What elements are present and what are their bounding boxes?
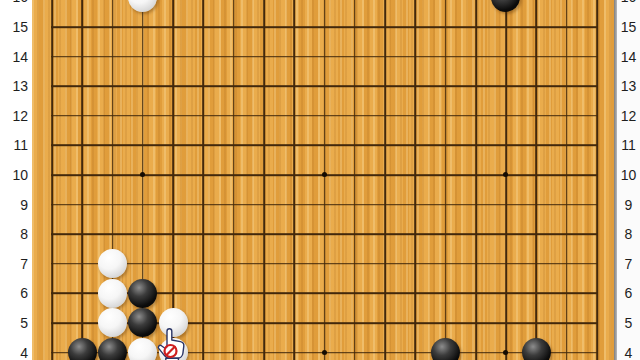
row-label-right-15: 15 xyxy=(617,19,640,35)
row-label-left-9: 9 xyxy=(0,197,28,213)
white-stone xyxy=(98,308,127,337)
black-stone xyxy=(491,0,520,12)
star-point xyxy=(322,172,327,177)
black-stone xyxy=(522,338,551,360)
white-stone xyxy=(98,279,127,308)
black-stone xyxy=(98,338,127,360)
row-label-right-10: 10 xyxy=(617,167,640,183)
star-point xyxy=(322,350,327,355)
row-label-right-13: 13 xyxy=(617,78,640,94)
board-intersection-grid xyxy=(37,0,612,360)
row-label-right-5: 5 xyxy=(617,315,640,331)
row-label-right-16: 16 xyxy=(617,0,640,5)
row-label-left-13: 13 xyxy=(0,78,28,94)
row-label-left-12: 12 xyxy=(0,108,28,124)
row-label-left-5: 5 xyxy=(0,315,28,331)
row-label-left-15: 15 xyxy=(0,19,28,35)
row-label-left-8: 8 xyxy=(0,226,28,242)
row-label-left-11: 11 xyxy=(0,137,28,153)
white-stone xyxy=(128,0,157,12)
row-label-left-6: 6 xyxy=(0,285,28,301)
row-label-left-7: 7 xyxy=(0,256,28,272)
star-point xyxy=(503,172,508,177)
star-point xyxy=(503,350,508,355)
left-coordinate-strip: 16151413121110987654 xyxy=(0,0,32,360)
row-label-right-7: 7 xyxy=(617,256,640,272)
go-app-window: 16151413121110987654 1615141312111098765… xyxy=(0,0,640,360)
black-stone xyxy=(128,279,157,308)
row-label-right-9: 9 xyxy=(617,197,640,213)
row-label-left-10: 10 xyxy=(0,167,28,183)
go-board[interactable] xyxy=(32,0,614,360)
hand-cursor-blocked-icon xyxy=(151,326,193,360)
row-label-right-8: 8 xyxy=(617,226,640,242)
row-label-right-4: 4 xyxy=(617,345,640,360)
row-label-right-11: 11 xyxy=(617,137,640,153)
row-label-right-12: 12 xyxy=(617,108,640,124)
right-coordinate-strip: 16151413121110987654 xyxy=(617,0,640,360)
black-stone xyxy=(68,338,97,360)
black-stone xyxy=(431,338,460,360)
row-label-left-4: 4 xyxy=(0,345,28,360)
row-label-left-14: 14 xyxy=(0,49,28,65)
white-stone xyxy=(98,249,127,278)
row-label-right-6: 6 xyxy=(617,285,640,301)
star-point xyxy=(140,172,145,177)
row-label-right-14: 14 xyxy=(617,49,640,65)
row-label-left-16: 16 xyxy=(0,0,28,5)
